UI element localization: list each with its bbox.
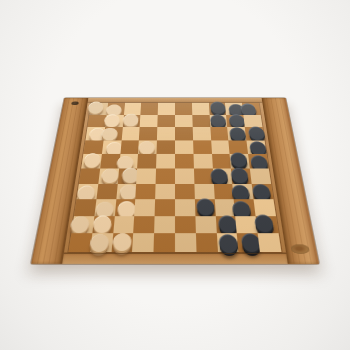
board-square[interactable] (157, 127, 175, 140)
board-grid: ●●●●●●●●●●●●●●●●●●●●●●●●●●●●●●●●●●●●●●●● (69, 103, 282, 252)
board-square[interactable] (258, 234, 282, 252)
fold-seam (64, 253, 286, 254)
board-square[interactable]: ● (216, 234, 238, 252)
dark-piece[interactable]: ● (195, 197, 216, 217)
light-piece[interactable]: ● (88, 232, 111, 254)
board-square[interactable]: ● (81, 154, 101, 168)
board-square[interactable]: ● (122, 115, 140, 128)
board-square[interactable] (175, 103, 192, 115)
board-square[interactable] (156, 168, 175, 183)
rail-inlay-dot (71, 102, 79, 106)
board-square[interactable]: ● (77, 184, 99, 200)
board-square[interactable] (137, 168, 157, 183)
board-square[interactable]: ● (138, 140, 157, 154)
dark-piece[interactable]: ● (209, 167, 229, 185)
board-square[interactable] (155, 199, 175, 216)
board-square[interactable] (155, 184, 175, 200)
board-square[interactable] (135, 199, 156, 216)
board-square[interactable]: ● (111, 234, 133, 252)
board-square[interactable] (136, 184, 156, 200)
board-square[interactable] (154, 234, 175, 252)
board-square[interactable] (156, 154, 175, 168)
board-square[interactable] (175, 168, 194, 183)
board-square[interactable]: ● (228, 127, 247, 140)
dark-piece[interactable]: ● (251, 182, 273, 201)
board-square[interactable]: ● (114, 199, 135, 216)
board-square[interactable] (211, 140, 230, 154)
board-square[interactable] (193, 127, 211, 140)
board-square[interactable] (195, 216, 216, 234)
scene-3d: ●●●●●●●●●●●●●●●●●●●●●●●●●●●●●●●●●●●●●●●● (31, 98, 319, 264)
board-square[interactable] (132, 234, 154, 252)
board-square[interactable] (158, 103, 175, 115)
wood-knot (290, 244, 310, 254)
board-square[interactable] (175, 140, 193, 154)
checkers-board-box: ●●●●●●●●●●●●●●●●●●●●●●●●●●●●●●●●●●●●●●●● (31, 98, 319, 264)
light-piece[interactable]: ● (86, 100, 105, 114)
board-square[interactable] (141, 103, 158, 115)
board-square[interactable] (175, 154, 194, 168)
board-square[interactable] (175, 127, 193, 140)
playing-surface: ●●●●●●●●●●●●●●●●●●●●●●●●●●●●●●●●●●●●●●●● (62, 98, 288, 264)
board-square[interactable]: ● (195, 199, 216, 216)
dark-piece[interactable]: ● (209, 113, 227, 128)
board-square[interactable] (157, 140, 175, 154)
board-square[interactable]: ● (90, 234, 113, 252)
board-square[interactable] (175, 234, 196, 252)
board-square[interactable] (196, 234, 218, 252)
light-piece[interactable]: ● (69, 214, 92, 235)
board-square[interactable]: ● (237, 234, 260, 252)
board-square[interactable] (192, 103, 209, 115)
board-square[interactable]: ● (252, 184, 274, 200)
board-square[interactable] (175, 199, 195, 216)
board-square[interactable] (140, 115, 158, 128)
board-square[interactable] (157, 115, 175, 128)
board-square[interactable] (210, 127, 229, 140)
light-piece[interactable]: ● (111, 231, 134, 253)
board-square[interactable] (192, 115, 210, 128)
board-square[interactable] (193, 140, 212, 154)
board-square[interactable] (154, 216, 175, 234)
board-square[interactable] (134, 216, 155, 234)
board-square[interactable]: ● (248, 154, 268, 168)
bottom-border-strip (62, 252, 288, 264)
light-piece[interactable]: ● (122, 112, 140, 127)
board-square[interactable] (175, 184, 195, 200)
board-square[interactable]: ● (98, 168, 119, 183)
board-square[interactable]: ● (209, 115, 227, 128)
light-piece[interactable]: ● (137, 139, 156, 155)
board-square[interactable] (175, 115, 193, 128)
board-square[interactable] (175, 216, 196, 234)
